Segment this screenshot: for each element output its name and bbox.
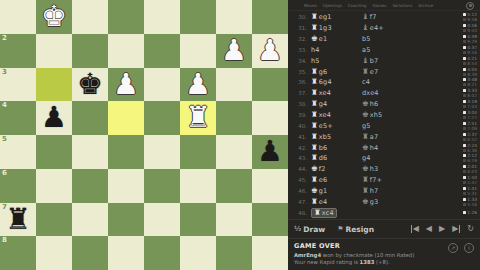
white-piece-icon: ♜ [311, 13, 318, 21]
white-piece-icon: ♜ [311, 68, 318, 76]
move-clock-times: 2:016:03 [463, 164, 477, 174]
white-pawn-e3[interactable]: ♟ [108, 68, 144, 102]
black-move-text: e4+ [370, 24, 384, 32]
white-move-text: f2 [319, 165, 326, 173]
move-row-35: 35.♜g6♜e74:048:39 [288, 66, 480, 77]
share-icon[interactable]: ↗ [448, 243, 458, 253]
black-move[interactable]: c4 [362, 78, 409, 86]
move-row-37: 37.♜xe4dxe43:338:02 [288, 88, 480, 99]
white-piece-icon: ♜ [311, 154, 318, 162]
square-c2[interactable] [180, 34, 216, 68]
panel-tab-archive[interactable]: Archive [418, 3, 433, 8]
black-piece-icon: ♜ [362, 133, 369, 141]
white-move-text: b6 [319, 144, 328, 152]
move-number: 48. [294, 210, 307, 216]
move-number: 39. [294, 112, 307, 118]
black-piece-icon: ♚ [362, 111, 369, 119]
square-f1[interactable] [72, 0, 108, 34]
sportsmanship-prompt: Was mohamed7088 a good sport? [288, 265, 480, 270]
black-piece-icon: ♜ [362, 176, 369, 184]
square-a8[interactable] [252, 236, 288, 270]
white-move-text: 6g4 [319, 78, 332, 86]
white-pawn-a2[interactable]: ♟ [252, 34, 288, 68]
move-row-32: 32.♚e1b54:499:29 [288, 34, 480, 45]
square-g7[interactable] [36, 203, 72, 237]
rank-label-4: 4 [2, 101, 7, 109]
square-d2[interactable] [144, 34, 180, 68]
move-row-30: 30.♜eg1♝f75:129:58 [288, 12, 480, 23]
white-pawn-c3[interactable]: ♟ [180, 68, 216, 102]
white-move[interactable]: ♜xe4 [311, 89, 358, 97]
black-move[interactable]: ♚h3 [362, 165, 409, 173]
black-move[interactable]: ♜e7 [362, 68, 409, 76]
white-piece-icon: ♜ [311, 24, 318, 32]
move-clock-times: 4:218:54 [463, 56, 477, 66]
black-piece-icon: ♜ [362, 187, 369, 195]
square-h4[interactable]: 4 [0, 101, 36, 135]
move-list[interactable]: 30.♜eg1♝f75:129:5831.♜1g3♝e4+4:569:4332.… [288, 11, 480, 218]
black-move[interactable]: a5 [362, 46, 409, 54]
black-move[interactable]: dxe4 [362, 89, 409, 97]
new-rating-value: 1383 [360, 259, 375, 265]
white-move[interactable]: ♜g6 [311, 68, 358, 76]
white-piece-icon: ♜ [311, 122, 318, 130]
black-move[interactable]: ♚h4 [362, 144, 409, 152]
white-piece-icon: ♜ [314, 209, 321, 217]
square-h6[interactable]: 6 [0, 169, 36, 203]
square-h5[interactable]: 5 [0, 135, 36, 169]
move-row-33: 33.h4a54:379:16 [288, 45, 480, 56]
game-over-section: GAME OVER ↗ i AmrEng4 won by checkmate (… [288, 238, 480, 265]
square-h8[interactable]: 8 [0, 236, 36, 270]
square-b2[interactable]: ♟ [216, 34, 252, 68]
move-number: 44. [294, 166, 307, 172]
black-piece-icon: ♝ [362, 13, 369, 21]
move-number: 42. [294, 145, 307, 151]
square-b3[interactable] [216, 68, 252, 102]
square-b5[interactable] [216, 135, 252, 169]
black-piece-icon: ♜ [362, 68, 369, 76]
black-piece-icon: ♚ [362, 198, 369, 206]
black-move-text: e7 [370, 68, 379, 76]
square-a6[interactable] [252, 169, 288, 203]
white-move[interactable]: h5 [311, 57, 358, 65]
square-f8[interactable] [72, 236, 108, 270]
winner-name: AmrEng4 [294, 252, 321, 258]
white-move-text: xb5 [319, 133, 332, 141]
square-c6[interactable] [180, 169, 216, 203]
move-clock-times: 3:197:44 [463, 99, 477, 109]
square-b6[interactable] [216, 169, 252, 203]
move-number: 40. [294, 123, 307, 129]
black-move-text: g4 [362, 154, 371, 162]
settings-gear-icon[interactable] [466, 2, 474, 10]
square-c3[interactable]: ♟ [180, 68, 216, 102]
move-number: 32. [294, 36, 307, 42]
move-clock-times: 4:048:39 [463, 67, 477, 77]
white-move[interactable]: ♜xb5 [311, 133, 358, 141]
black-move-text: g3 [370, 198, 379, 206]
move-number: 35. [294, 69, 307, 75]
white-piece-icon: ♜ [311, 89, 318, 97]
black-move[interactable]: ♜a7 [362, 133, 409, 141]
white-move-text: xe4 [319, 111, 331, 119]
move-clock-times: 1:505:47 [463, 175, 477, 185]
white-piece-icon: ♜ [311, 176, 318, 184]
nav-first-move-icon[interactable]: ◀ [411, 225, 419, 233]
square-a7[interactable] [252, 203, 288, 237]
game-controls: ½ Draw ⚑ Resign ◀ ◀ ▶ ▶ ↻ [288, 219, 480, 238]
square-e1[interactable] [108, 0, 144, 34]
white-piece-icon: ♜ [311, 198, 318, 206]
white-move[interactable]: ♜e4 [311, 198, 358, 206]
square-d6[interactable] [144, 169, 180, 203]
move-clock-times: 3:338:02 [463, 88, 477, 98]
rank-label-5: 5 [2, 135, 7, 143]
move-clock-times: 4:569:43 [463, 23, 477, 33]
square-d7[interactable] [144, 203, 180, 237]
resign-button[interactable]: ⚑ Resign [337, 225, 374, 234]
square-g2[interactable] [36, 34, 72, 68]
move-clock-times: 3:047:27 [463, 110, 477, 120]
white-move-text: e5+ [319, 122, 333, 130]
square-e3[interactable]: ♟ [108, 68, 144, 102]
move-number: 43. [294, 155, 307, 161]
white-move[interactable]: ♜xe4 [311, 111, 358, 119]
white-move[interactable]: ♜d6 [311, 154, 358, 162]
black-move-text: f7 [370, 13, 377, 21]
white-piece-icon: ♜ [311, 111, 318, 119]
white-move-text: h5 [311, 57, 320, 65]
square-e5[interactable] [108, 135, 144, 169]
move-row-31: 31.♜1g3♝e4+4:569:43 [288, 23, 480, 34]
move-number: 33. [294, 47, 307, 53]
white-move-text: e4 [319, 198, 328, 206]
square-g4[interactable]: ♟ [36, 101, 72, 135]
square-h7[interactable]: 7♜ [0, 203, 36, 237]
white-piece-icon: ♜ [311, 100, 318, 108]
white-move-text: d6 [319, 154, 328, 162]
square-a1[interactable] [252, 0, 288, 34]
white-move[interactable]: ♜6g4 [311, 78, 358, 86]
white-move[interactable]: ♚g1 [311, 187, 358, 195]
square-f3[interactable]: ♚ [72, 68, 108, 102]
white-move-text: xe4 [319, 89, 331, 97]
square-g1[interactable]: ♚ [36, 0, 72, 34]
black-move[interactable]: g4 [362, 154, 409, 162]
black-pawn-g4[interactable]: ♟ [36, 101, 72, 135]
move-row-43: 43.♜d6g42:126:19 [288, 153, 480, 164]
square-a5[interactable]: ♟ [252, 135, 288, 169]
black-move-text: h3 [370, 165, 379, 173]
square-e6[interactable] [108, 169, 144, 203]
square-g5[interactable] [36, 135, 72, 169]
black-piece-icon: ♚ [362, 165, 369, 173]
move-number: 31. [294, 25, 307, 31]
black-piece-icon: ♚ [362, 100, 369, 108]
panel-tab-bar: MovesOpeningsCoachingGamesVariationsArch… [288, 0, 480, 11]
black-move[interactable]: ♜h7 [362, 187, 409, 195]
move-number: 46. [294, 188, 307, 194]
white-piece-icon: ♜ [311, 78, 318, 86]
black-move-text: h6 [370, 100, 379, 108]
white-rook-c4[interactable]: ♜ [180, 101, 216, 135]
white-move[interactable]: ♜xc4 [311, 208, 358, 218]
white-pawn-b2[interactable]: ♟ [216, 34, 252, 68]
white-piece-icon: ♜ [311, 133, 318, 141]
resign-flag-icon: ⚑ [337, 225, 343, 233]
game-panel: MovesOpeningsCoachingGamesVariationsArch… [288, 0, 480, 270]
move-clock-times: 4:379:16 [463, 45, 477, 55]
black-move[interactable]: ♝f7 [362, 13, 409, 21]
white-piece-icon: ♚ [311, 165, 318, 173]
move-number: 36. [294, 79, 307, 85]
square-f5[interactable] [72, 135, 108, 169]
game-over-title: GAME OVER [294, 242, 474, 250]
nav-prev-move-icon[interactable]: ◀ [426, 225, 432, 233]
move-number: 45. [294, 177, 307, 183]
white-move-text: h4 [311, 46, 320, 54]
rating-line: Your new Rapid rating is 1383 (+8). [294, 259, 474, 265]
black-move-text: b7 [370, 57, 379, 65]
black-rook-h7[interactable]: ♜ [0, 203, 36, 237]
move-clock-times: 3:488:21 [463, 77, 477, 87]
panel-tab-moves[interactable]: Moves [304, 3, 317, 8]
square-c1[interactable] [180, 0, 216, 34]
black-move-text: dxe4 [362, 89, 379, 97]
black-piece-icon: ♝ [362, 24, 369, 32]
black-move-text: h4 [370, 144, 379, 152]
square-e2[interactable] [108, 34, 144, 68]
white-move-text: e1 [319, 35, 328, 43]
white-move[interactable]: ♜1g3 [311, 24, 358, 32]
square-c4[interactable]: ♜ [180, 101, 216, 135]
square-b8[interactable] [216, 236, 252, 270]
move-clock-times: 2:376:52 [463, 132, 477, 142]
rank-label-2: 2 [2, 34, 7, 42]
info-icon[interactable]: i [464, 243, 474, 253]
white-piece-icon: ♚ [311, 187, 318, 195]
square-a2[interactable]: ♟ [252, 34, 288, 68]
move-row-45: 45.♜e6♜f7+1:505:47 [288, 175, 480, 186]
black-move-text: a7 [370, 133, 379, 141]
square-e8[interactable] [108, 236, 144, 270]
white-move[interactable]: ♜eg1 [311, 13, 358, 21]
move-row-46: 46.♚g1♜h71:415:31 [288, 186, 480, 197]
move-row-38: 38.♜g4♚h63:197:44 [288, 99, 480, 110]
black-piece-icon: ♝ [362, 57, 369, 65]
nav-next-move-icon[interactable]: ▶ [439, 225, 445, 233]
move-row-44: 44.♚f2♚h32:016:03 [288, 164, 480, 175]
move-row-34: 34.h5♝b74:218:54 [288, 55, 480, 66]
move-navigation: ◀ ◀ ▶ ▶ ↻ [411, 225, 474, 233]
move-clock-times: 1:415:31 [463, 186, 477, 196]
black-move-text: a5 [362, 46, 371, 54]
white-move-text: eg1 [319, 13, 332, 21]
square-g6[interactable] [36, 169, 72, 203]
move-clock-times: 2:517:09 [463, 121, 477, 131]
black-king-f3[interactable]: ♚ [72, 68, 108, 102]
result-line: AmrEng4 won by checkmate (10 min Rated) [294, 252, 474, 258]
white-move-text: e6 [319, 176, 328, 184]
panel-tab-variations[interactable]: Variations [392, 3, 412, 8]
black-move[interactable]: ♝e4+ [362, 24, 409, 32]
move-number: 38. [294, 101, 307, 107]
square-a4[interactable] [252, 101, 288, 135]
black-move[interactable]: b5 [362, 35, 409, 43]
black-move[interactable]: ♚h6 [362, 100, 409, 108]
black-move[interactable]: ♚xh5 [362, 111, 409, 119]
white-move[interactable]: ♜e6 [311, 176, 358, 184]
square-c7[interactable] [180, 203, 216, 237]
black-move-text: f7+ [370, 176, 382, 184]
square-g8[interactable] [36, 236, 72, 270]
square-d4[interactable] [144, 101, 180, 135]
black-move[interactable]: ♝b7 [362, 57, 409, 65]
black-piece-icon: ♚ [362, 144, 369, 152]
move-row-48: 48.♜xc41:26 [288, 207, 480, 218]
black-move[interactable]: g5 [362, 122, 409, 130]
black-move-text: xh5 [370, 111, 383, 119]
move-number: 34. [294, 58, 307, 64]
black-move-text: b5 [362, 35, 371, 43]
move-clock-times: 1:335:16 [463, 197, 477, 207]
move-row-39: 39.♜xe4♚xh53:047:27 [288, 110, 480, 121]
white-move-text: g4 [319, 100, 328, 108]
move-number: 30. [294, 14, 307, 20]
square-f7[interactable] [72, 203, 108, 237]
square-c5[interactable] [180, 135, 216, 169]
nav-last-move-icon[interactable]: ▶ [452, 225, 460, 233]
square-a3[interactable] [252, 68, 288, 102]
move-row-41: 41.♜xb5♜a72:376:52 [288, 131, 480, 142]
square-b1[interactable] [216, 0, 252, 34]
move-number: 47. [294, 199, 307, 205]
move-clock-times: 1:26 [463, 210, 477, 215]
square-d8[interactable] [144, 236, 180, 270]
rank-label-8: 8 [2, 236, 7, 244]
white-move[interactable]: h4 [311, 46, 358, 54]
black-move[interactable]: ♚g3 [362, 198, 409, 206]
move-number: 41. [294, 134, 307, 140]
black-move[interactable]: ♜f7+ [362, 176, 409, 184]
square-f4[interactable] [72, 101, 108, 135]
white-move-text: g1 [319, 187, 328, 195]
move-number: 37. [294, 90, 307, 96]
chess-board[interactable]: ♚2♟♟3♚♟♟4♟♜5♟67♜8 [0, 0, 288, 270]
black-move-text: h7 [370, 187, 379, 195]
square-f6[interactable] [72, 169, 108, 203]
white-piece-icon: ♚ [311, 35, 318, 43]
move-row-42: 42.♜b6♚h42:246:36 [288, 142, 480, 153]
draw-button[interactable]: ½ Draw [294, 225, 325, 234]
white-king-g1[interactable]: ♚ [36, 0, 72, 34]
square-f2[interactable] [72, 34, 108, 68]
black-move-text: g5 [362, 122, 371, 130]
move-clock-times: 2:126:19 [463, 153, 477, 163]
white-move[interactable]: ♜e5+ [311, 122, 358, 130]
white-move-text: g6 [319, 68, 328, 76]
square-e4[interactable] [108, 101, 144, 135]
half-point-icon: ½ [294, 225, 301, 233]
rank-label-3: 3 [2, 68, 7, 76]
nav-loop-icon[interactable]: ↻ [467, 225, 474, 233]
panel-tab-games[interactable]: Games [372, 3, 386, 8]
white-move[interactable]: ♚f2 [311, 165, 358, 173]
white-move[interactable]: ♜b6 [311, 144, 358, 152]
white-move-text: xc4 [322, 209, 334, 217]
square-b7[interactable] [216, 203, 252, 237]
square-g3[interactable] [36, 68, 72, 102]
white-move-text: 1g3 [319, 24, 332, 32]
rank-label-6: 6 [2, 169, 7, 177]
move-clock-times: 2:246:36 [463, 143, 477, 153]
move-row-36: 36.♜6g4c43:488:21 [288, 77, 480, 88]
square-h3[interactable]: 3 [0, 68, 36, 102]
square-b4[interactable] [216, 101, 252, 135]
square-e7[interactable] [108, 203, 144, 237]
black-move-text: c4 [362, 78, 370, 86]
square-d1[interactable] [144, 0, 180, 34]
square-h1[interactable] [0, 0, 36, 34]
move-row-40: 40.♜e5+g52:517:09 [288, 120, 480, 131]
white-piece-icon: ♜ [311, 144, 318, 152]
square-h2[interactable]: 2 [0, 34, 36, 68]
move-clock-times: 5:129:58 [463, 12, 477, 22]
move-row-47: 47.♜e4♚g31:335:16 [288, 196, 480, 207]
black-pawn-a5[interactable]: ♟ [252, 135, 288, 169]
white-move[interactable]: ♚e1 [311, 35, 358, 43]
move-clock-times: 4:499:29 [463, 34, 477, 44]
square-d5[interactable] [144, 135, 180, 169]
white-move[interactable]: ♜g4 [311, 100, 358, 108]
panel-tab-openings[interactable]: Openings [323, 3, 342, 8]
panel-tab-coaching[interactable]: Coaching [348, 3, 367, 8]
square-c8[interactable] [180, 236, 216, 270]
square-d3[interactable] [144, 68, 180, 102]
